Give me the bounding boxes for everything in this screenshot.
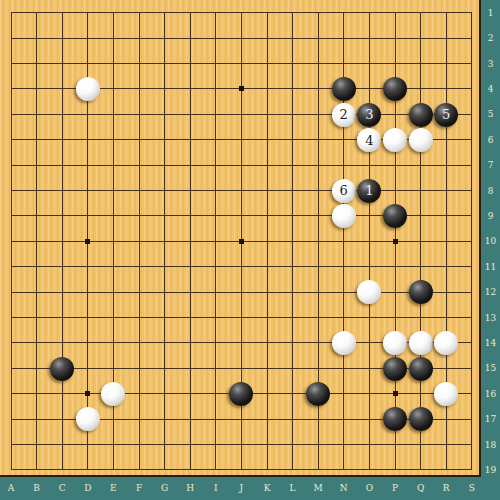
black-stone-R5: 5 — [434, 103, 458, 127]
row-label-6: 6 — [488, 135, 494, 145]
row-label-12: 12 — [485, 287, 496, 297]
board-intersection-P14 — [382, 330, 408, 355]
black-stone-Q5 — [409, 103, 433, 127]
board-intersection-R16 — [433, 381, 459, 406]
board-intersection-E16 — [101, 381, 127, 406]
row-label-8: 8 — [488, 186, 494, 196]
row-label-10: 10 — [485, 236, 496, 246]
column-label-J: J — [240, 483, 244, 493]
row-label-9: 9 — [488, 211, 494, 221]
board-intersection-O5: 3 — [357, 102, 383, 127]
board-intersection-P9 — [382, 203, 408, 228]
white-stone-Q14 — [409, 331, 433, 355]
column-label-L: L — [290, 483, 296, 493]
column-label-K: K — [264, 483, 271, 493]
black-stone-P4 — [383, 77, 407, 101]
row-label-2: 2 — [488, 33, 494, 43]
black-stone-P9 — [383, 204, 407, 228]
board-intersection-P17 — [382, 406, 408, 431]
black-stone-C15 — [50, 357, 74, 381]
board-intersection-R5: 5 — [433, 102, 459, 127]
black-stone-O8: 1 — [357, 179, 381, 203]
board-intersection-P6 — [382, 127, 408, 152]
column-label-I: I — [214, 483, 218, 493]
move-number-label: 2 — [332, 103, 356, 127]
column-label-C: C — [59, 483, 66, 493]
move-number-label: 3 — [357, 103, 381, 127]
board-intersection-Q12 — [408, 279, 434, 304]
white-stone-E16 — [101, 382, 125, 406]
row-label-14: 14 — [485, 338, 496, 348]
column-label-Q: Q — [417, 483, 424, 493]
white-stone-R14 — [434, 331, 458, 355]
right-coordinate-strip: 12345678910111213141516171819 — [481, 0, 500, 477]
stones-grid: 235461 — [0, 0, 484, 482]
go-board[interactable]: 235461 — [0, 0, 481, 477]
board-intersection-N8: 6 — [331, 178, 357, 203]
move-number-label: 4 — [357, 128, 381, 152]
board-intersection-N9 — [331, 203, 357, 228]
board-intersection-Q5 — [408, 102, 434, 127]
board-intersection-M16 — [305, 381, 331, 406]
move-number-label: 5 — [434, 103, 458, 127]
black-stone-Q17 — [409, 407, 433, 431]
column-label-B: B — [33, 483, 40, 493]
column-label-P: P — [392, 483, 398, 493]
row-label-11: 11 — [485, 262, 496, 272]
move-number-label: 6 — [332, 179, 356, 203]
board-intersection-D17 — [75, 406, 101, 431]
board-intersection-N4 — [331, 76, 357, 101]
board-intersection-J16 — [229, 381, 255, 406]
white-stone-N8: 6 — [332, 179, 356, 203]
black-stone-M16 — [306, 382, 330, 406]
board-intersection-Q6 — [408, 127, 434, 152]
black-stone-P17 — [383, 407, 407, 431]
row-label-15: 15 — [485, 363, 496, 373]
column-label-E: E — [110, 483, 117, 493]
white-stone-D17 — [76, 407, 100, 431]
white-stone-D4 — [76, 77, 100, 101]
move-number-label: 1 — [357, 179, 381, 203]
black-stone-Q15 — [409, 357, 433, 381]
board-intersection-R14 — [433, 330, 459, 355]
row-label-17: 17 — [485, 414, 496, 424]
board-intersection-Q14 — [408, 330, 434, 355]
black-stone-O5: 3 — [357, 103, 381, 127]
black-stone-N4 — [332, 77, 356, 101]
board-intersection-O6: 4 — [357, 127, 383, 152]
row-label-3: 3 — [488, 59, 494, 69]
board-intersection-Q17 — [408, 406, 434, 431]
go-board-panel: 235461 ABCDEFGHIJKLMNOPQRS 1234567891011… — [0, 0, 500, 500]
column-label-R: R — [443, 483, 450, 493]
white-stone-P14 — [383, 331, 407, 355]
column-label-D: D — [84, 483, 91, 493]
column-label-H: H — [186, 483, 194, 493]
column-label-A: A — [8, 483, 15, 493]
bottom-coordinate-strip: ABCDEFGHIJKLMNOPQRS — [0, 477, 481, 500]
black-stone-Q12 — [409, 280, 433, 304]
column-label-S: S — [469, 483, 475, 493]
white-stone-N5: 2 — [332, 103, 356, 127]
black-stone-J16 — [229, 382, 253, 406]
board-intersection-C15 — [49, 355, 75, 380]
board-intersection-O12 — [357, 279, 383, 304]
column-label-O: O — [366, 483, 373, 493]
row-label-16: 16 — [485, 389, 496, 399]
white-stone-P6 — [383, 128, 407, 152]
board-intersection-D4 — [75, 76, 101, 101]
board-intersection-Q15 — [408, 355, 434, 380]
white-stone-N9 — [332, 204, 356, 228]
column-label-M: M — [314, 483, 323, 493]
row-label-5: 5 — [488, 109, 494, 119]
row-label-4: 4 — [488, 84, 494, 94]
column-label-G: G — [161, 483, 168, 493]
row-label-13: 13 — [485, 313, 496, 323]
row-label-19: 19 — [485, 465, 496, 475]
board-intersection-O8: 1 — [357, 178, 383, 203]
white-stone-R16 — [434, 382, 458, 406]
row-label-1: 1 — [488, 8, 494, 18]
board-intersection-P4 — [382, 76, 408, 101]
white-stone-O12 — [357, 280, 381, 304]
white-stone-Q6 — [409, 128, 433, 152]
board-intersection-N14 — [331, 330, 357, 355]
row-label-7: 7 — [488, 160, 494, 170]
column-label-F: F — [136, 483, 142, 493]
board-intersection-P15 — [382, 355, 408, 380]
white-stone-N14 — [332, 331, 356, 355]
board-intersection-N5: 2 — [331, 102, 357, 127]
white-stone-O6: 4 — [357, 128, 381, 152]
column-label-N: N — [340, 483, 348, 493]
black-stone-P15 — [383, 357, 407, 381]
row-label-18: 18 — [485, 440, 496, 450]
